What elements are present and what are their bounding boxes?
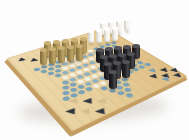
decor-triangle	[68, 98, 77, 104]
peg-top	[88, 29, 94, 33]
peg-top	[58, 46, 65, 50]
decor-triangle	[160, 77, 169, 82]
peg-top	[40, 48, 47, 52]
peg-top	[62, 39, 69, 43]
peg-top	[49, 47, 56, 51]
peg-top	[100, 20, 106, 24]
decor-triangle	[94, 108, 104, 115]
peg-gold	[58, 48, 65, 63]
decor-triangle	[65, 108, 75, 115]
peg-white	[88, 31, 94, 43]
peg-top	[124, 17, 130, 21]
peg-white	[104, 29, 110, 42]
decor-triangle	[82, 98, 92, 104]
decor-triangle	[96, 98, 106, 104]
peg-gold	[40, 50, 47, 65]
peg-top	[53, 40, 60, 44]
decor-triangle	[159, 68, 168, 73]
peg-white	[112, 28, 118, 41]
peg-black	[109, 72, 117, 89]
peg-top	[112, 26, 118, 30]
decor-triangle	[147, 68, 156, 73]
peg-top	[44, 41, 51, 45]
decor-triangle	[148, 74, 157, 79]
decor-triangle	[169, 68, 178, 73]
peg-top	[96, 28, 102, 32]
peg-top	[132, 44, 140, 48]
peg-white	[124, 19, 130, 31]
peg-top	[118, 53, 126, 57]
peg-top	[116, 18, 122, 22]
peg-white	[96, 30, 102, 43]
peg-top	[76, 44, 83, 48]
peg-gold	[49, 49, 56, 64]
peg-top	[80, 37, 87, 41]
peg-gold	[67, 47, 74, 62]
peg-top	[123, 45, 131, 49]
peg-top	[104, 62, 112, 66]
peg-gold	[76, 46, 83, 61]
peg-top	[67, 45, 74, 49]
peg-top	[109, 70, 117, 74]
peg-top	[127, 52, 135, 56]
peg-top	[113, 61, 121, 65]
peg-top	[114, 46, 122, 50]
peg-top	[104, 27, 110, 31]
peg-top	[105, 47, 113, 51]
peg-black	[122, 62, 130, 78]
product-photo	[0, 0, 189, 140]
peg-top	[100, 55, 108, 59]
peg-top	[71, 38, 78, 42]
peg-top	[122, 60, 130, 64]
decor-triangle	[80, 108, 90, 115]
peg-top	[96, 48, 104, 52]
peg-top	[108, 19, 114, 23]
peg-top	[109, 54, 117, 58]
